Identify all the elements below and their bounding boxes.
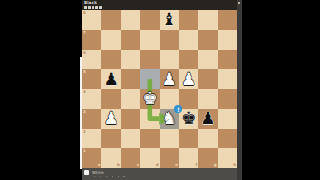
square-g1[interactable]: g bbox=[198, 148, 217, 168]
top-player-bar: Black bbox=[82, 0, 237, 10]
square-b6[interactable] bbox=[101, 50, 120, 70]
file-label: a bbox=[98, 163, 101, 167]
square-d2[interactable] bbox=[140, 129, 159, 149]
piece-white-pawn[interactable]: ♟ bbox=[103, 109, 118, 128]
right-toolbar-strip bbox=[237, 0, 242, 180]
square-g4[interactable] bbox=[198, 89, 217, 109]
move-dot bbox=[112, 176, 113, 177]
move-dots-row bbox=[94, 176, 125, 177]
move-dot bbox=[123, 176, 124, 177]
square-b2[interactable] bbox=[101, 129, 120, 149]
square-d7[interactable] bbox=[140, 30, 159, 50]
chess-board[interactable]: 8♝765♟♟♟4♚3♟♞♚♟21abcdefgh bbox=[82, 10, 237, 168]
rank-label: 7 bbox=[83, 31, 86, 35]
square-b8[interactable] bbox=[101, 10, 120, 30]
move-dot bbox=[106, 176, 107, 177]
square-b1[interactable]: b bbox=[101, 148, 120, 168]
square-g7[interactable] bbox=[198, 30, 217, 50]
file-label: h bbox=[233, 163, 236, 167]
square-c2[interactable] bbox=[121, 129, 140, 149]
rank-label: 8 bbox=[83, 11, 86, 15]
captured-piece-icon bbox=[92, 6, 95, 9]
square-c8[interactable] bbox=[121, 10, 140, 30]
captured-piece-icon bbox=[88, 6, 91, 9]
square-e8[interactable]: ♝ bbox=[160, 10, 179, 30]
square-e5[interactable]: ♟ bbox=[160, 69, 179, 89]
piece-white-pawn[interactable]: ♟ bbox=[162, 70, 177, 89]
square-g2[interactable] bbox=[198, 129, 217, 149]
square-a3[interactable]: 3 bbox=[82, 109, 101, 129]
square-h2[interactable] bbox=[218, 129, 237, 149]
square-c4[interactable] bbox=[121, 89, 140, 109]
square-h5[interactable] bbox=[218, 69, 237, 89]
square-h8[interactable] bbox=[218, 10, 237, 30]
square-e6[interactable] bbox=[160, 50, 179, 70]
square-g3[interactable]: ♟ bbox=[198, 109, 217, 129]
square-b3[interactable]: ♟ bbox=[101, 109, 120, 129]
menu-icon[interactable] bbox=[238, 2, 240, 5]
app-window: Black 8♝765♟♟♟4♚3♟♞♚♟21abcdefgh ! White bbox=[0, 0, 320, 180]
square-a6[interactable]: 6 bbox=[82, 50, 101, 70]
piece-white-pawn[interactable]: ♟ bbox=[181, 70, 196, 89]
rank-label: 6 bbox=[83, 51, 86, 55]
square-c7[interactable] bbox=[121, 30, 140, 50]
square-c3[interactable] bbox=[121, 109, 140, 129]
square-d8[interactable] bbox=[140, 10, 159, 30]
square-d1[interactable]: d bbox=[140, 148, 159, 168]
square-d3[interactable] bbox=[140, 109, 159, 129]
square-f1[interactable]: f bbox=[179, 148, 198, 168]
square-d5[interactable] bbox=[140, 69, 159, 89]
piece-black-pawn[interactable]: ♟ bbox=[103, 70, 118, 89]
square-d4[interactable]: ♚ bbox=[140, 89, 159, 109]
square-h4[interactable] bbox=[218, 89, 237, 109]
square-e7[interactable] bbox=[160, 30, 179, 50]
captured-pieces-row bbox=[84, 6, 102, 9]
square-a7[interactable]: 7 bbox=[82, 30, 101, 50]
piece-white-king[interactable]: ♚ bbox=[142, 89, 157, 108]
file-label: f bbox=[196, 163, 198, 167]
move-dot bbox=[118, 176, 119, 177]
rank-label: 3 bbox=[83, 110, 86, 114]
move-dot bbox=[94, 176, 95, 177]
rank-label: 4 bbox=[83, 90, 86, 94]
square-h7[interactable] bbox=[218, 30, 237, 50]
file-label: e bbox=[175, 163, 178, 167]
square-f7[interactable] bbox=[179, 30, 198, 50]
captured-piece-icon bbox=[99, 6, 102, 9]
square-a2[interactable]: 2 bbox=[82, 129, 101, 149]
rank-label: 5 bbox=[83, 70, 86, 74]
square-f5[interactable]: ♟ bbox=[179, 69, 198, 89]
square-f2[interactable] bbox=[179, 129, 198, 149]
top-player-name: Black bbox=[84, 0, 97, 5]
bottom-player-name: White bbox=[92, 170, 104, 175]
square-g6[interactable] bbox=[198, 50, 217, 70]
rank-label: 1 bbox=[83, 149, 86, 153]
piece-black-pawn[interactable]: ♟ bbox=[200, 109, 215, 128]
square-g5[interactable] bbox=[198, 69, 217, 89]
square-h3[interactable] bbox=[218, 109, 237, 129]
square-a5[interactable]: 5 bbox=[82, 69, 101, 89]
square-b4[interactable] bbox=[101, 89, 120, 109]
square-a8[interactable]: 8 bbox=[82, 10, 101, 30]
square-b5[interactable]: ♟ bbox=[101, 69, 120, 89]
file-label: g bbox=[214, 163, 217, 167]
square-a1[interactable]: 1a bbox=[82, 148, 101, 168]
piece-black-king[interactable]: ♚ bbox=[181, 109, 196, 128]
captured-piece-icon bbox=[84, 6, 87, 9]
square-f4[interactable] bbox=[179, 89, 198, 109]
square-e2[interactable] bbox=[160, 129, 179, 149]
square-e1[interactable]: e bbox=[160, 148, 179, 168]
square-g8[interactable] bbox=[198, 10, 217, 30]
bottom-player-bar: White bbox=[82, 168, 241, 180]
square-h6[interactable] bbox=[218, 50, 237, 70]
square-h1[interactable]: h bbox=[218, 148, 237, 168]
square-f8[interactable] bbox=[179, 10, 198, 30]
square-c1[interactable]: c bbox=[121, 148, 140, 168]
square-f6[interactable] bbox=[179, 50, 198, 70]
white-player-icon bbox=[84, 170, 89, 175]
file-label: c bbox=[137, 163, 139, 167]
piece-black-bishop[interactable]: ♝ bbox=[162, 10, 177, 29]
square-a4[interactable]: 4 bbox=[82, 89, 101, 109]
square-d6[interactable] bbox=[140, 50, 159, 70]
move-dot bbox=[100, 176, 101, 177]
square-b7[interactable] bbox=[101, 30, 120, 50]
file-label: d bbox=[156, 163, 159, 167]
square-f3[interactable]: ♚ bbox=[179, 109, 198, 129]
file-label: b bbox=[117, 163, 120, 167]
captured-piece-icon bbox=[95, 6, 98, 9]
square-c5[interactable] bbox=[121, 69, 140, 89]
rank-label: 2 bbox=[83, 130, 86, 134]
left-scrollbar-thumb[interactable] bbox=[80, 57, 82, 169]
square-c6[interactable] bbox=[121, 50, 140, 70]
